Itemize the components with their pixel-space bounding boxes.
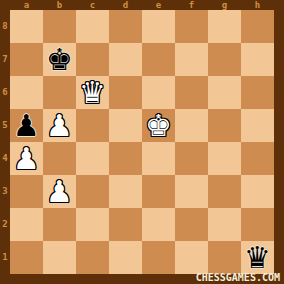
square-g2[interactable] — [208, 208, 241, 241]
square-f4[interactable] — [175, 142, 208, 175]
square-g4[interactable] — [208, 142, 241, 175]
square-b3[interactable]: ♟ — [43, 175, 76, 208]
black-king-b7[interactable]: ♚ — [43, 43, 76, 76]
rank-label-6: 6 — [0, 76, 10, 109]
square-d7[interactable] — [109, 43, 142, 76]
file-label-a: a — [10, 0, 43, 10]
square-e6[interactable] — [142, 76, 175, 109]
square-f5[interactable] — [175, 109, 208, 142]
square-a2[interactable] — [10, 208, 43, 241]
square-e3[interactable] — [142, 175, 175, 208]
square-g7[interactable] — [208, 43, 241, 76]
file-label-g: g — [208, 0, 241, 10]
square-b1[interactable] — [43, 241, 76, 274]
square-c4[interactable] — [76, 142, 109, 175]
file-label-d: d — [109, 0, 142, 10]
square-e8[interactable] — [142, 10, 175, 43]
square-a7[interactable] — [10, 43, 43, 76]
square-d2[interactable] — [109, 208, 142, 241]
file-label-h: h — [241, 0, 274, 10]
square-a3[interactable] — [10, 175, 43, 208]
square-h7[interactable] — [241, 43, 274, 76]
square-c7[interactable] — [76, 43, 109, 76]
square-a4[interactable]: ♟ — [10, 142, 43, 175]
chess-board: ♚♛♟♟♚♟♟♛ — [10, 10, 274, 274]
square-h3[interactable] — [241, 175, 274, 208]
file-label-c: c — [76, 0, 109, 10]
rank-label-7: 7 — [0, 43, 10, 76]
square-a5[interactable]: ♟ — [10, 109, 43, 142]
square-g5[interactable] — [208, 109, 241, 142]
square-c6[interactable]: ♛ — [76, 76, 109, 109]
rank-label-2: 2 — [0, 208, 10, 241]
square-c3[interactable] — [76, 175, 109, 208]
square-f3[interactable] — [175, 175, 208, 208]
square-a6[interactable] — [10, 76, 43, 109]
square-f7[interactable] — [175, 43, 208, 76]
black-pawn-a5[interactable]: ♟ — [10, 109, 43, 142]
square-f6[interactable] — [175, 76, 208, 109]
square-d5[interactable] — [109, 109, 142, 142]
square-f8[interactable] — [175, 10, 208, 43]
white-queen-c6[interactable]: ♛ — [76, 76, 109, 109]
square-h4[interactable] — [241, 142, 274, 175]
square-e7[interactable] — [142, 43, 175, 76]
file-label-f: f — [175, 0, 208, 10]
square-d4[interactable] — [109, 142, 142, 175]
square-g3[interactable] — [208, 175, 241, 208]
square-g8[interactable] — [208, 10, 241, 43]
square-e1[interactable] — [142, 241, 175, 274]
chessgames-logo-text: CHESSGAMES.COM — [196, 272, 280, 284]
square-d8[interactable] — [109, 10, 142, 43]
square-h5[interactable] — [241, 109, 274, 142]
square-a1[interactable] — [10, 241, 43, 274]
square-f2[interactable] — [175, 208, 208, 241]
square-b2[interactable] — [43, 208, 76, 241]
white-pawn-b5[interactable]: ♟ — [43, 109, 76, 142]
square-g1[interactable] — [208, 241, 241, 274]
rank-label-1: 1 — [0, 241, 10, 274]
square-g6[interactable] — [208, 76, 241, 109]
chess-diagram: abcdefgh 87654321 ♚♛♟♟♚♟♟♛ CHESSGAMES.CO… — [0, 0, 284, 284]
square-b6[interactable] — [43, 76, 76, 109]
square-h6[interactable] — [241, 76, 274, 109]
square-c2[interactable] — [76, 208, 109, 241]
square-e4[interactable] — [142, 142, 175, 175]
square-b7[interactable]: ♚ — [43, 43, 76, 76]
square-c5[interactable] — [76, 109, 109, 142]
square-h2[interactable] — [241, 208, 274, 241]
square-b4[interactable] — [43, 142, 76, 175]
square-f1[interactable] — [175, 241, 208, 274]
rank-label-4: 4 — [0, 142, 10, 175]
square-e5[interactable]: ♚ — [142, 109, 175, 142]
square-d1[interactable] — [109, 241, 142, 274]
black-queen-h1[interactable]: ♛ — [241, 241, 274, 274]
square-h1[interactable]: ♛ — [241, 241, 274, 274]
white-pawn-a4[interactable]: ♟ — [10, 142, 43, 175]
white-pawn-b3[interactable]: ♟ — [43, 175, 76, 208]
square-c8[interactable] — [76, 10, 109, 43]
rank-label-3: 3 — [0, 175, 10, 208]
white-king-e5[interactable]: ♚ — [142, 109, 175, 142]
rank-label-5: 5 — [0, 109, 10, 142]
square-a8[interactable] — [10, 10, 43, 43]
square-h8[interactable] — [241, 10, 274, 43]
square-c1[interactable] — [76, 241, 109, 274]
square-b5[interactable]: ♟ — [43, 109, 76, 142]
square-b8[interactable] — [43, 10, 76, 43]
rank-label-8: 8 — [0, 10, 10, 43]
square-e2[interactable] — [142, 208, 175, 241]
file-label-b: b — [43, 0, 76, 10]
square-d3[interactable] — [109, 175, 142, 208]
file-label-e: e — [142, 0, 175, 10]
square-d6[interactable] — [109, 76, 142, 109]
